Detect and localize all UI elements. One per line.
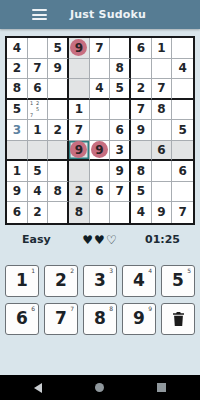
cell-r9c3[interactable] — [48, 202, 69, 223]
cell-r1c7[interactable]: 6 — [131, 38, 152, 59]
cell-r8c8[interactable] — [152, 182, 173, 203]
given-digit: 2 — [13, 62, 21, 74]
given-digit: 9 — [115, 165, 123, 177]
given-digit: 6 — [95, 185, 103, 197]
given-digit: 6 — [33, 82, 41, 94]
cell-r8c9[interactable] — [172, 182, 193, 203]
key-corner-digit: 9 — [148, 306, 152, 312]
given-digit: 8 — [137, 165, 145, 177]
cell-r6c1[interactable] — [7, 141, 28, 162]
cell-r5c6[interactable]: 6 — [110, 120, 131, 141]
cell-r4c4[interactable]: 1 — [69, 100, 90, 121]
pencil-notes: 1257 — [29, 101, 47, 119]
given-digit: 2 — [33, 206, 41, 218]
given-digit: 6 — [13, 206, 21, 218]
given-digit: 9 — [13, 185, 21, 197]
cell-r5c3[interactable]: 2 — [48, 120, 69, 141]
cell-r5c7[interactable]: 9 — [131, 120, 152, 141]
cell-r2c3[interactable]: 9 — [48, 59, 69, 80]
given-digit: 1 — [75, 103, 83, 115]
given-digit: 9 — [157, 206, 165, 218]
cell-r4c6[interactable] — [110, 100, 131, 121]
given-digit: 4 — [95, 82, 103, 94]
key-main-digit: 3 — [94, 272, 106, 289]
key-4[interactable]: 44 — [122, 265, 156, 297]
cell-r9c5[interactable] — [90, 202, 111, 223]
given-digit: 1 — [33, 124, 41, 136]
key-5[interactable]: 55 — [161, 265, 195, 297]
key-corner-digit: 8 — [109, 306, 113, 312]
error-digit: 9 — [75, 42, 83, 54]
cell-r2c6[interactable]: 8 — [110, 59, 131, 80]
cell-r2c7[interactable] — [131, 59, 152, 80]
cell-r6c2[interactable] — [28, 141, 49, 162]
given-digit: 8 — [157, 103, 165, 115]
given-digit: 1 — [13, 165, 21, 177]
key-main-digit: 9 — [133, 310, 145, 327]
key-corner-digit: 1 — [31, 268, 35, 274]
user-digit: 3 — [13, 124, 21, 136]
key-1[interactable]: 11 — [5, 265, 39, 297]
app-title: Just Sudoku — [70, 8, 146, 21]
given-digit: 8 — [53, 185, 61, 197]
cell-r4c3[interactable] — [48, 100, 69, 121]
app-bar: Just Sudoku — [0, 0, 200, 29]
given-digit: 4 — [178, 62, 186, 74]
trash-icon[interactable] — [161, 303, 195, 335]
cell-r3c1[interactable]: 8 — [7, 79, 28, 100]
given-digit: 8 — [75, 206, 83, 218]
given-digit: 8 — [115, 62, 123, 74]
cell-r4c8[interactable]: 8 — [152, 100, 173, 121]
key-main-digit: 7 — [55, 310, 67, 327]
error-circle: 9 — [70, 39, 87, 56]
sudoku-board: 4597612798486452751257178312769599361598… — [5, 36, 195, 225]
key-corner-digit: 4 — [148, 268, 152, 274]
given-digit: 7 — [95, 42, 103, 54]
back-icon[interactable] — [34, 383, 42, 393]
cell-r3c9[interactable] — [172, 79, 193, 100]
key-corner-digit: 6 — [31, 306, 35, 312]
home-icon[interactable] — [95, 383, 104, 392]
cell-r1c2[interactable] — [28, 38, 49, 59]
given-digit: 9 — [137, 124, 145, 136]
cell-r8c7[interactable]: 5 — [131, 182, 152, 203]
cell-r8c3[interactable]: 8 — [48, 182, 69, 203]
cell-r4c2[interactable]: 1257 — [28, 100, 49, 121]
cell-r8c1[interactable]: 9 — [7, 182, 28, 203]
key-main-digit: 2 — [55, 272, 67, 289]
error-circle: 9 — [91, 141, 108, 158]
cell-r2c9[interactable]: 4 — [172, 59, 193, 80]
cell-r7c4[interactable] — [69, 161, 90, 182]
given-digit: 7 — [157, 82, 165, 94]
given-digit: 5 — [115, 82, 123, 94]
key-3[interactable]: 33 — [83, 265, 117, 297]
cell-r7c6[interactable]: 9 — [110, 161, 131, 182]
given-digit: 4 — [137, 206, 145, 218]
cell-r5c2[interactable]: 1 — [28, 120, 49, 141]
cell-r7c1[interactable]: 1 — [7, 161, 28, 182]
cell-r5c1[interactable]: 3 — [7, 120, 28, 141]
cell-r7c9[interactable]: 6 — [172, 161, 193, 182]
cell-r9c6[interactable] — [110, 202, 131, 223]
given-digit: 7 — [33, 62, 41, 74]
error-circle: 9 — [70, 141, 87, 158]
given-digit: 3 — [115, 144, 123, 156]
cell-r2c8[interactable] — [152, 59, 173, 80]
given-digit: 5 — [13, 103, 21, 115]
key-corner-digit: 2 — [70, 268, 74, 274]
given-digit: 6 — [137, 42, 145, 54]
cell-r2c1[interactable]: 2 — [7, 59, 28, 80]
cell-r1c8[interactable]: 1 — [152, 38, 173, 59]
cell-r3c5[interactable]: 4 — [90, 79, 111, 100]
cell-r7c2[interactable]: 5 — [28, 161, 49, 182]
given-digit: 7 — [75, 124, 83, 136]
given-digit: 1 — [157, 42, 165, 54]
cell-r9c1[interactable]: 6 — [7, 202, 28, 223]
cell-r9c7[interactable]: 4 — [131, 202, 152, 223]
cell-r7c5[interactable] — [90, 161, 111, 182]
cell-r6c6[interactable]: 3 — [110, 141, 131, 162]
cell-r1c5[interactable]: 7 — [90, 38, 111, 59]
key-main-digit: 4 — [133, 272, 145, 289]
cell-r6c4[interactable]: 9 — [69, 141, 90, 162]
cell-r5c4[interactable]: 7 — [69, 120, 90, 141]
key-main-digit: 6 — [16, 310, 28, 327]
number-keypad: 112233445566778899 — [0, 265, 200, 335]
given-digit: 7 — [137, 103, 145, 115]
cell-r3c6[interactable]: 5 — [110, 79, 131, 100]
key-2[interactable]: 22 — [44, 265, 78, 297]
given-digit: 7 — [115, 185, 123, 197]
cell-r9c4[interactable]: 8 — [69, 202, 90, 223]
cell-r7c7[interactable]: 8 — [131, 161, 152, 182]
cell-r6c8[interactable]: 6 — [152, 141, 173, 162]
given-digit: 2 — [75, 185, 83, 197]
cell-r7c3[interactable] — [48, 161, 69, 182]
key-corner-digit: 5 — [187, 268, 191, 274]
given-digit: 7 — [178, 206, 186, 218]
cell-r1c4[interactable]: 9 — [69, 38, 90, 59]
cell-r2c4[interactable] — [69, 59, 90, 80]
cell-r1c6[interactable] — [110, 38, 131, 59]
cell-r4c5[interactable] — [90, 100, 111, 121]
cell-r1c3[interactable]: 5 — [48, 38, 69, 59]
status-row: Easy ♥♥♡ 01:25 — [0, 227, 200, 253]
given-digit: 8 — [13, 82, 21, 94]
cell-r6c7[interactable] — [131, 141, 152, 162]
cell-r6c5[interactable]: 9 — [90, 141, 111, 162]
cell-r3c8[interactable]: 7 — [152, 79, 173, 100]
recents-icon[interactable] — [157, 383, 166, 392]
cell-r2c5[interactable] — [90, 59, 111, 80]
cell-r4c1[interactable]: 5 — [7, 100, 28, 121]
given-digit: 5 — [53, 42, 61, 54]
cell-r6c9[interactable] — [172, 141, 193, 162]
cell-r6c3[interactable] — [48, 141, 69, 162]
cell-r3c2[interactable]: 6 — [28, 79, 49, 100]
cell-r2c2[interactable]: 7 — [28, 59, 49, 80]
key-6[interactable]: 66 — [5, 303, 39, 335]
cell-r8c6[interactable]: 7 — [110, 182, 131, 203]
cell-r9c9[interactable]: 7 — [172, 202, 193, 223]
hamburger-menu-icon[interactable] — [32, 9, 47, 20]
cell-r8c4[interactable]: 2 — [69, 182, 90, 203]
given-digit: 4 — [13, 42, 21, 54]
given-digit: 2 — [137, 82, 145, 94]
cell-r8c2[interactable]: 4 — [28, 182, 49, 203]
key-corner-digit: 3 — [109, 268, 113, 274]
given-digit: 6 — [157, 144, 165, 156]
cell-r7c8[interactable] — [152, 161, 173, 182]
given-digit: 6 — [115, 124, 123, 136]
cell-r4c9[interactable] — [172, 100, 193, 121]
key-main-digit: 8 — [94, 310, 106, 327]
cell-r4c7[interactable]: 7 — [131, 100, 152, 121]
cell-r3c4[interactable] — [69, 79, 90, 100]
cell-r5c5[interactable] — [90, 120, 111, 141]
cell-r5c9[interactable]: 5 — [172, 120, 193, 141]
given-digit: 2 — [53, 124, 61, 136]
lives-hearts: ♥♥♡ — [0, 233, 200, 247]
key-corner-digit: 7 — [70, 306, 74, 312]
error-digit: 9 — [95, 144, 103, 156]
cell-r9c2[interactable]: 2 — [28, 202, 49, 223]
given-digit: 9 — [53, 62, 61, 74]
cell-r8c5[interactable]: 6 — [90, 182, 111, 203]
key-main-digit: 5 — [172, 272, 184, 289]
given-digit: 6 — [178, 165, 186, 177]
android-nav-bar — [0, 375, 200, 400]
key-9[interactable]: 99 — [122, 303, 156, 335]
key-7[interactable]: 77 — [44, 303, 78, 335]
given-digit: 5 — [137, 185, 145, 197]
key-8[interactable]: 88 — [83, 303, 117, 335]
key-main-digit: 1 — [16, 272, 28, 289]
given-digit: 5 — [178, 124, 186, 136]
cell-r1c9[interactable] — [172, 38, 193, 59]
error-digit: 9 — [75, 144, 83, 156]
cell-r1c1[interactable]: 4 — [7, 38, 28, 59]
cell-r9c8[interactable]: 9 — [152, 202, 173, 223]
cell-r3c7[interactable]: 2 — [131, 79, 152, 100]
cell-r3c3[interactable] — [48, 79, 69, 100]
given-digit: 5 — [33, 165, 41, 177]
cell-r5c8[interactable] — [152, 120, 173, 141]
given-digit: 4 — [33, 185, 41, 197]
